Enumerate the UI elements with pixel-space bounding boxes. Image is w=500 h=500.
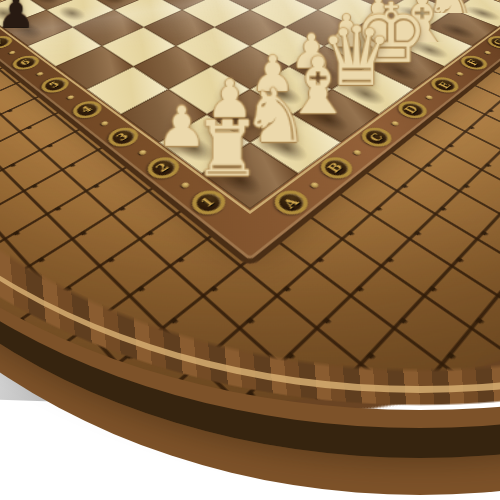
file-disc-b: B [315,153,359,183]
brass-pin [310,182,320,189]
file-disc-g: G [484,34,500,52]
file-disc-d: D [393,98,432,122]
file-disc-c: C [356,124,397,151]
rank-disc-6: 6 [8,53,43,72]
brass-pin [456,72,464,77]
white-rook-a1[interactable]: ♜ [193,111,261,187]
brass-pin [36,72,44,77]
brass-pin [8,51,16,55]
file-disc-f: F [456,53,491,72]
carved-lattice-table-top: ♜♟♟♜♞♟♟♞♝♟♟♝♚♟♟♚♛♟♟♛♝♟♟♝♞♟♟♞♜♟♟♜ 8765432… [0,0,500,500]
black-pawn-a7[interactable]: ♟ [0,0,35,34]
brass-pin [352,149,362,155]
brass-pin [138,149,148,155]
rank-disc-5: 5 [37,74,74,95]
rank-disc-4: 4 [68,98,107,122]
square-e4[interactable] [250,0,318,27]
square-b4[interactable] [133,46,211,89]
brass-pin [484,51,492,55]
file-disc-a: A [268,186,315,220]
chess-board: ♜♟♟♜♞♟♟♞♝♟♟♝♚♟♟♚♛♟♟♛♝♟♟♝♞♟♟♞♜♟♟♜ [0,0,500,209]
rank-disc-3: 3 [103,124,144,151]
chess-board-frame: ♜♟♟♜♞♟♟♞♝♟♟♝♚♟♟♚♛♟♟♛♝♟♟♝♞♟♟♞♜♟♟♜ 8765432… [0,0,500,260]
brass-pin [425,95,434,100]
black-pawn-b7[interactable]: ♟ [42,0,79,16]
brass-pin [391,121,400,127]
square-d5[interactable] [182,0,250,27]
rank-disc-2: 2 [142,153,186,183]
file-disc-e: E [426,74,463,95]
brass-pin [66,95,75,100]
square-b7[interactable]: ♟ [46,0,114,27]
brass-pin [100,121,109,127]
photo-stage: ♜♟♟♜♞♟♟♞♝♟♟♝♚♟♟♚♛♟♟♛♝♟♟♝♞♟♟♞♜♟♟♜ 8765432… [0,0,500,500]
brass-pin [180,182,190,189]
